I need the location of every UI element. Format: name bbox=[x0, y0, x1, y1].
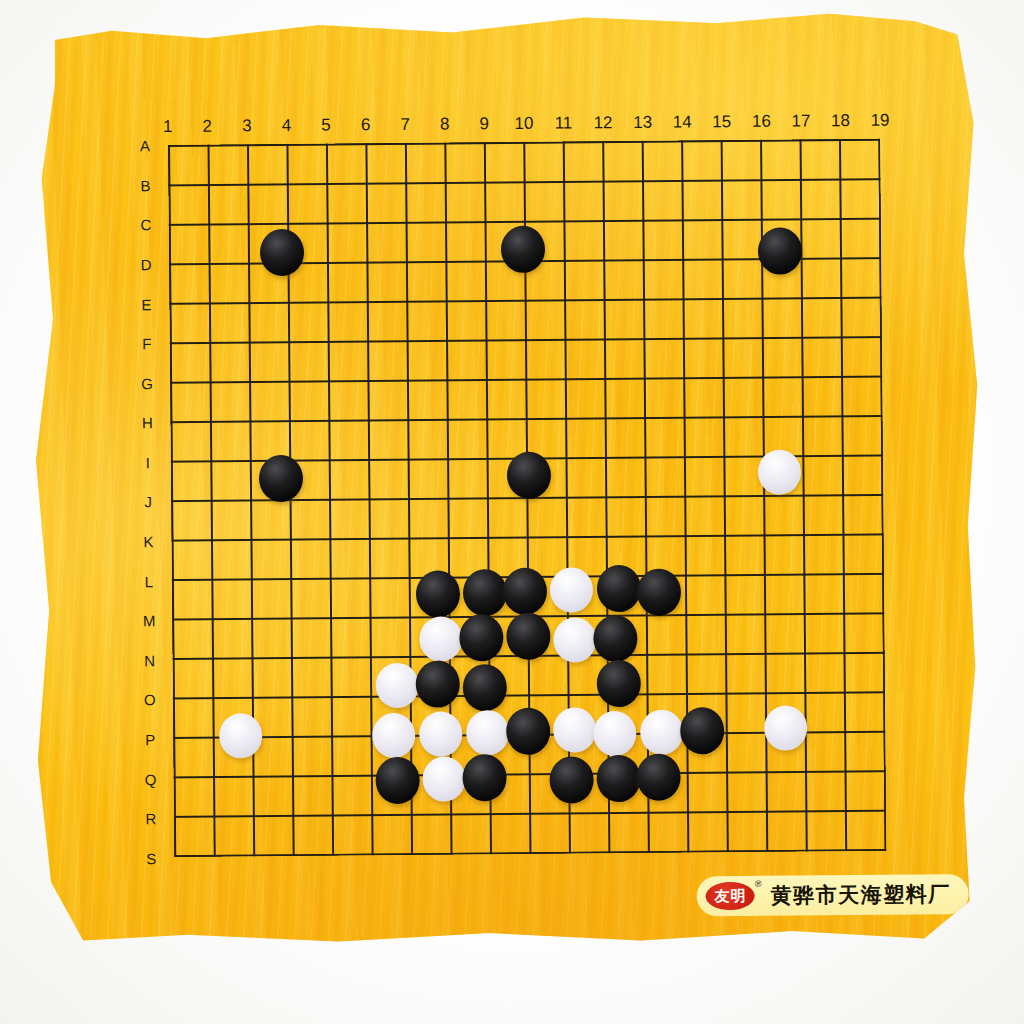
white-stone[interactable] bbox=[640, 710, 683, 755]
intersection-G10[interactable] bbox=[503, 345, 547, 381]
intersection-N3[interactable] bbox=[220, 618, 263, 665]
intersection-G12[interactable] bbox=[591, 344, 635, 380]
intersection-B1[interactable] bbox=[148, 160, 182, 196]
intersection-A9[interactable] bbox=[457, 122, 501, 158]
intersection-A13[interactable] bbox=[633, 121, 677, 157]
intersection-O15[interactable] bbox=[726, 660, 760, 707]
intersection-H2[interactable] bbox=[184, 383, 218, 419]
intersection-E1[interactable] bbox=[149, 278, 183, 314]
intersection-L10[interactable] bbox=[505, 533, 549, 569]
intersection-D7[interactable] bbox=[370, 229, 414, 276]
intersection-D9[interactable] bbox=[458, 228, 502, 275]
black-stone[interactable] bbox=[462, 569, 506, 616]
intersection-Q11[interactable] bbox=[551, 756, 595, 803]
intersection-R16[interactable] bbox=[761, 801, 805, 837]
intersection-J13[interactable] bbox=[636, 449, 680, 496]
intersection-D5[interactable] bbox=[303, 229, 337, 276]
intersection-K13[interactable] bbox=[637, 496, 681, 532]
intersection-A1[interactable] bbox=[148, 125, 182, 160]
intersection-I17[interactable] bbox=[801, 413, 835, 449]
intersection-B16[interactable] bbox=[755, 155, 799, 191]
intersection-O18[interactable] bbox=[837, 659, 871, 706]
intersection-N12[interactable] bbox=[594, 614, 638, 661]
intersection-I10[interactable] bbox=[504, 415, 548, 451]
white-stone[interactable] bbox=[372, 713, 415, 758]
intersection-L3[interactable] bbox=[219, 535, 262, 571]
white-stone[interactable] bbox=[419, 712, 462, 757]
intersection-Q1[interactable] bbox=[154, 759, 188, 806]
intersection-J14[interactable] bbox=[680, 449, 724, 496]
intersection-J12[interactable] bbox=[592, 450, 636, 497]
intersection-F3[interactable] bbox=[217, 312, 260, 348]
intersection-J5[interactable] bbox=[305, 452, 339, 499]
intersection-M14[interactable] bbox=[681, 566, 725, 613]
intersection-C11[interactable] bbox=[546, 192, 590, 228]
intersection-M11[interactable] bbox=[549, 568, 593, 615]
intersection-P9[interactable] bbox=[463, 709, 507, 756]
intersection-F15[interactable] bbox=[723, 308, 757, 344]
intersection-I2[interactable] bbox=[184, 418, 218, 454]
intersection-O2[interactable] bbox=[186, 665, 220, 712]
intersection-A11[interactable] bbox=[545, 121, 589, 157]
intersection-P4[interactable] bbox=[263, 711, 307, 758]
white-stone[interactable] bbox=[553, 618, 596, 663]
intersection-Q2[interactable] bbox=[187, 759, 221, 806]
intersection-H4[interactable] bbox=[260, 382, 304, 418]
intersection-F18[interactable] bbox=[834, 307, 868, 343]
intersection-S2[interactable] bbox=[188, 841, 222, 876]
intersection-H8[interactable] bbox=[416, 381, 460, 417]
white-stone[interactable] bbox=[553, 708, 596, 753]
intersection-P17[interactable] bbox=[804, 706, 838, 753]
intersection-C9[interactable] bbox=[458, 193, 502, 229]
intersection-M10[interactable] bbox=[505, 568, 549, 615]
intersection-N9[interactable] bbox=[462, 615, 506, 662]
intersection-D10[interactable] bbox=[502, 228, 546, 275]
intersection-N17[interactable] bbox=[803, 612, 837, 659]
intersection-D4[interactable] bbox=[259, 230, 303, 277]
intersection-G2[interactable] bbox=[184, 348, 218, 383]
intersection-M17[interactable] bbox=[803, 566, 837, 613]
intersection-M18[interactable] bbox=[836, 565, 870, 612]
white-stone[interactable] bbox=[466, 710, 509, 755]
intersection-S6[interactable] bbox=[342, 840, 376, 875]
black-stone[interactable] bbox=[636, 569, 680, 616]
intersection-E8[interactable] bbox=[415, 275, 459, 311]
intersection-R2[interactable] bbox=[188, 806, 222, 842]
intersection-C1[interactable] bbox=[149, 195, 183, 231]
intersection-R18[interactable] bbox=[838, 800, 872, 836]
intersection-A4[interactable] bbox=[258, 124, 302, 160]
intersection-P8[interactable] bbox=[419, 710, 463, 757]
intersection-Q8[interactable] bbox=[419, 757, 463, 804]
intersection-I12[interactable] bbox=[592, 415, 636, 451]
intersection-C14[interactable] bbox=[678, 191, 722, 227]
intersection-L9[interactable] bbox=[461, 533, 505, 569]
intersection-E13[interactable] bbox=[635, 273, 679, 309]
intersection-K3[interactable] bbox=[219, 500, 262, 536]
intersection-C8[interactable] bbox=[414, 193, 458, 229]
intersection-I9[interactable] bbox=[460, 416, 504, 452]
intersection-O17[interactable] bbox=[804, 659, 838, 706]
intersection-F5[interactable] bbox=[304, 312, 338, 348]
intersection-G5[interactable] bbox=[304, 347, 338, 382]
intersection-I15[interactable] bbox=[724, 414, 758, 450]
intersection-L17[interactable] bbox=[803, 530, 837, 566]
intersection-B4[interactable] bbox=[259, 159, 303, 195]
intersection-R13[interactable] bbox=[639, 802, 683, 838]
intersection-O19[interactable] bbox=[871, 659, 905, 706]
intersection-N14[interactable] bbox=[682, 613, 726, 660]
intersection-S10[interactable] bbox=[508, 838, 552, 874]
intersection-P15[interactable] bbox=[727, 707, 761, 754]
intersection-I6[interactable] bbox=[338, 417, 372, 453]
intersection-M13[interactable] bbox=[637, 567, 681, 614]
white-stone[interactable] bbox=[419, 617, 462, 662]
white-stone[interactable] bbox=[422, 757, 465, 802]
intersection-H11[interactable] bbox=[548, 380, 592, 416]
intersection-L7[interactable] bbox=[373, 534, 417, 570]
intersection-F11[interactable] bbox=[547, 309, 591, 345]
intersection-P13[interactable] bbox=[639, 708, 683, 755]
intersection-F1[interactable] bbox=[150, 313, 184, 349]
intersection-H13[interactable] bbox=[636, 379, 680, 415]
black-stone[interactable] bbox=[596, 565, 640, 612]
black-stone[interactable] bbox=[415, 661, 459, 708]
intersection-C17[interactable] bbox=[800, 190, 834, 226]
intersection-N18[interactable] bbox=[837, 612, 871, 659]
intersection-E11[interactable] bbox=[547, 274, 591, 310]
white-stone[interactable] bbox=[764, 706, 807, 751]
intersection-R19[interactable] bbox=[872, 800, 906, 836]
black-stone[interactable] bbox=[758, 227, 802, 274]
intersection-D3[interactable] bbox=[216, 230, 259, 277]
intersection-D17[interactable] bbox=[800, 225, 834, 272]
intersection-H12[interactable] bbox=[592, 379, 636, 415]
intersection-E15[interactable] bbox=[723, 273, 757, 309]
intersection-D8[interactable] bbox=[414, 228, 458, 275]
intersection-N13[interactable] bbox=[638, 614, 682, 661]
intersection-L13[interactable] bbox=[637, 532, 681, 568]
intersection-F9[interactable] bbox=[459, 310, 503, 346]
intersection-E5[interactable] bbox=[304, 276, 338, 312]
intersection-B18[interactable] bbox=[833, 154, 867, 190]
intersection-N7[interactable] bbox=[374, 616, 418, 663]
intersection-G4[interactable] bbox=[260, 347, 304, 383]
intersection-B2[interactable] bbox=[182, 160, 216, 196]
intersection-J2[interactable] bbox=[185, 453, 219, 500]
intersection-I13[interactable] bbox=[636, 414, 680, 450]
intersection-A12[interactable] bbox=[589, 121, 633, 157]
intersection-M15[interactable] bbox=[725, 566, 759, 613]
intersection-M9[interactable] bbox=[461, 568, 505, 615]
intersection-B14[interactable] bbox=[678, 156, 722, 192]
intersection-M2[interactable] bbox=[186, 571, 220, 618]
intersection-L2[interactable] bbox=[185, 536, 219, 572]
intersection-F12[interactable] bbox=[591, 309, 635, 345]
intersection-O7[interactable] bbox=[374, 663, 418, 710]
intersection-E3[interactable] bbox=[217, 277, 260, 313]
black-stone[interactable] bbox=[506, 613, 550, 660]
intersection-G19[interactable] bbox=[868, 342, 902, 377]
intersection-K10[interactable] bbox=[505, 498, 549, 534]
black-stone[interactable] bbox=[506, 708, 550, 755]
intersection-H5[interactable] bbox=[304, 382, 338, 418]
intersection-D13[interactable] bbox=[634, 226, 678, 273]
white-stone[interactable] bbox=[550, 568, 593, 613]
intersection-O1[interactable] bbox=[153, 665, 187, 712]
intersection-L14[interactable] bbox=[681, 531, 725, 567]
intersection-N10[interactable] bbox=[506, 615, 550, 662]
intersection-J3[interactable] bbox=[218, 453, 261, 500]
intersection-P16[interactable] bbox=[760, 707, 804, 754]
intersection-C6[interactable] bbox=[336, 194, 370, 230]
intersection-K9[interactable] bbox=[461, 498, 505, 534]
intersection-J7[interactable] bbox=[372, 452, 416, 499]
intersection-F8[interactable] bbox=[415, 310, 459, 346]
black-stone[interactable] bbox=[415, 571, 459, 618]
intersection-E12[interactable] bbox=[591, 274, 635, 310]
intersection-O14[interactable] bbox=[682, 660, 726, 707]
intersection-Q17[interactable] bbox=[804, 753, 838, 800]
intersection-M12[interactable] bbox=[593, 567, 637, 614]
intersection-G16[interactable] bbox=[757, 343, 801, 379]
intersection-E7[interactable] bbox=[371, 276, 415, 312]
intersection-K4[interactable] bbox=[262, 500, 306, 536]
intersection-R10[interactable] bbox=[507, 803, 551, 839]
intersection-P1[interactable] bbox=[153, 712, 187, 759]
intersection-R1[interactable] bbox=[154, 806, 188, 842]
intersection-M5[interactable] bbox=[306, 570, 340, 617]
intersection-O3[interactable] bbox=[220, 665, 263, 712]
intersection-J6[interactable] bbox=[339, 452, 373, 499]
intersection-P14[interactable] bbox=[683, 707, 727, 754]
intersection-P7[interactable] bbox=[375, 710, 419, 757]
intersection-I14[interactable] bbox=[680, 414, 724, 450]
intersection-O5[interactable] bbox=[307, 664, 341, 711]
intersection-Q3[interactable] bbox=[221, 759, 264, 806]
intersection-G15[interactable] bbox=[723, 343, 757, 378]
intersection-G18[interactable] bbox=[834, 342, 868, 377]
intersection-R3[interactable] bbox=[221, 806, 264, 842]
intersection-G6[interactable] bbox=[338, 346, 372, 381]
intersection-G13[interactable] bbox=[635, 344, 679, 380]
intersection-N16[interactable] bbox=[759, 613, 803, 660]
intersection-O13[interactable] bbox=[638, 661, 682, 708]
intersection-I8[interactable] bbox=[416, 416, 460, 452]
intersection-C19[interactable] bbox=[867, 189, 901, 225]
black-stone[interactable] bbox=[549, 757, 593, 804]
black-stone[interactable] bbox=[259, 455, 303, 502]
intersection-P18[interactable] bbox=[838, 706, 872, 753]
intersection-D2[interactable] bbox=[183, 230, 217, 277]
intersection-N4[interactable] bbox=[263, 617, 307, 664]
intersection-Q16[interactable] bbox=[760, 754, 804, 801]
intersection-C3[interactable] bbox=[216, 195, 259, 231]
black-stone[interactable] bbox=[596, 660, 640, 707]
intersection-A17[interactable] bbox=[799, 119, 833, 154]
intersection-L18[interactable] bbox=[836, 530, 870, 566]
intersection-I18[interactable] bbox=[835, 413, 869, 449]
intersection-O10[interactable] bbox=[506, 662, 550, 709]
intersection-G9[interactable] bbox=[459, 345, 503, 381]
intersection-B5[interactable] bbox=[303, 159, 337, 195]
intersection-A10[interactable] bbox=[501, 122, 545, 158]
intersection-J9[interactable] bbox=[460, 451, 504, 498]
intersection-P2[interactable] bbox=[187, 712, 221, 759]
intersection-I3[interactable] bbox=[218, 418, 261, 454]
black-stone[interactable] bbox=[500, 226, 544, 273]
intersection-H6[interactable] bbox=[338, 382, 372, 418]
intersection-I1[interactable] bbox=[151, 419, 185, 455]
intersection-B15[interactable] bbox=[722, 155, 756, 191]
intersection-S4[interactable] bbox=[264, 840, 308, 876]
intersection-L19[interactable] bbox=[870, 530, 904, 566]
intersection-L16[interactable] bbox=[759, 531, 803, 567]
intersection-R8[interactable] bbox=[419, 804, 463, 840]
intersection-B3[interactable] bbox=[216, 160, 259, 196]
black-stone[interactable] bbox=[260, 229, 304, 276]
intersection-B12[interactable] bbox=[590, 156, 634, 192]
intersection-G7[interactable] bbox=[371, 346, 415, 382]
intersection-J1[interactable] bbox=[151, 454, 185, 501]
intersection-A6[interactable] bbox=[336, 123, 370, 158]
intersection-R12[interactable] bbox=[595, 802, 639, 838]
intersection-Q13[interactable] bbox=[639, 755, 683, 802]
intersection-H10[interactable] bbox=[504, 380, 548, 416]
intersection-B13[interactable] bbox=[634, 156, 678, 192]
intersection-J4[interactable] bbox=[261, 453, 305, 500]
intersection-K5[interactable] bbox=[306, 499, 340, 535]
intersection-K17[interactable] bbox=[802, 495, 836, 531]
intersection-E19[interactable] bbox=[867, 271, 901, 307]
intersection-E17[interactable] bbox=[800, 272, 834, 308]
intersection-I11[interactable] bbox=[548, 415, 592, 451]
intersection-A19[interactable] bbox=[866, 119, 900, 154]
intersection-N5[interactable] bbox=[307, 617, 341, 664]
intersection-H14[interactable] bbox=[680, 379, 724, 415]
intersection-R9[interactable] bbox=[463, 803, 507, 839]
intersection-S5[interactable] bbox=[308, 840, 342, 875]
intersection-S3[interactable] bbox=[221, 841, 264, 877]
intersection-K15[interactable] bbox=[725, 496, 759, 532]
intersection-F17[interactable] bbox=[801, 307, 835, 343]
intersection-P6[interactable] bbox=[341, 711, 375, 758]
intersection-S11[interactable] bbox=[552, 838, 596, 874]
intersection-I5[interactable] bbox=[305, 417, 339, 453]
intersection-K6[interactable] bbox=[339, 499, 373, 535]
black-stone[interactable] bbox=[680, 707, 724, 754]
black-stone[interactable] bbox=[459, 614, 503, 661]
intersection-P10[interactable] bbox=[507, 709, 551, 756]
intersection-R17[interactable] bbox=[805, 800, 839, 836]
intersection-A14[interactable] bbox=[677, 120, 721, 156]
intersection-O6[interactable] bbox=[341, 664, 375, 711]
intersection-F13[interactable] bbox=[635, 309, 679, 345]
intersection-I7[interactable] bbox=[372, 417, 416, 453]
intersection-S12[interactable] bbox=[596, 837, 640, 873]
intersection-M3[interactable] bbox=[219, 571, 262, 618]
white-stone[interactable] bbox=[376, 663, 419, 708]
intersection-M6[interactable] bbox=[340, 570, 374, 617]
intersection-A7[interactable] bbox=[369, 123, 413, 159]
intersection-E9[interactable] bbox=[459, 275, 503, 311]
intersection-N6[interactable] bbox=[340, 617, 374, 664]
intersection-A5[interactable] bbox=[302, 124, 336, 159]
intersection-S1[interactable] bbox=[154, 841, 188, 876]
black-stone[interactable] bbox=[375, 757, 419, 804]
intersection-C18[interactable] bbox=[833, 189, 867, 225]
intersection-H17[interactable] bbox=[801, 378, 835, 414]
intersection-K16[interactable] bbox=[758, 495, 802, 531]
black-stone[interactable] bbox=[462, 754, 506, 801]
intersection-F6[interactable] bbox=[337, 311, 371, 347]
intersection-G17[interactable] bbox=[801, 342, 835, 377]
intersection-O16[interactable] bbox=[760, 660, 804, 707]
intersection-G8[interactable] bbox=[415, 346, 459, 382]
intersection-E4[interactable] bbox=[260, 277, 304, 313]
intersection-H3[interactable] bbox=[217, 383, 260, 419]
intersection-C10[interactable] bbox=[502, 192, 546, 228]
intersection-J11[interactable] bbox=[548, 450, 592, 497]
intersection-P11[interactable] bbox=[551, 709, 595, 756]
black-stone[interactable] bbox=[506, 452, 550, 499]
intersection-A18[interactable] bbox=[833, 119, 867, 154]
intersection-A2[interactable] bbox=[182, 125, 216, 160]
intersection-R11[interactable] bbox=[551, 803, 595, 839]
intersection-Q5[interactable] bbox=[308, 758, 342, 805]
intersection-E16[interactable] bbox=[756, 272, 800, 308]
intersection-S13[interactable] bbox=[640, 837, 684, 873]
black-stone[interactable] bbox=[462, 664, 506, 711]
intersection-D16[interactable] bbox=[756, 225, 800, 272]
intersection-P19[interactable] bbox=[871, 706, 905, 753]
intersection-K11[interactable] bbox=[549, 497, 593, 533]
intersection-M16[interactable] bbox=[759, 566, 803, 613]
intersection-M8[interactable] bbox=[417, 569, 461, 616]
black-stone[interactable] bbox=[596, 755, 640, 802]
intersection-E10[interactable] bbox=[503, 275, 547, 311]
intersection-B8[interactable] bbox=[414, 158, 458, 194]
intersection-A16[interactable] bbox=[755, 120, 799, 156]
intersection-F16[interactable] bbox=[757, 308, 801, 344]
intersection-N15[interactable] bbox=[726, 613, 760, 660]
intersection-M19[interactable] bbox=[870, 565, 904, 612]
intersection-C4[interactable] bbox=[259, 194, 303, 230]
intersection-Q7[interactable] bbox=[375, 757, 419, 804]
go-board[interactable] bbox=[168, 139, 886, 857]
intersection-O4[interactable] bbox=[263, 664, 307, 711]
intersection-Q14[interactable] bbox=[683, 754, 727, 801]
intersection-P3[interactable] bbox=[220, 712, 263, 759]
intersection-C13[interactable] bbox=[634, 191, 678, 227]
intersection-J16[interactable] bbox=[758, 448, 802, 495]
intersection-L5[interactable] bbox=[306, 535, 340, 571]
intersection-M7[interactable] bbox=[373, 569, 417, 616]
intersection-L12[interactable] bbox=[593, 532, 637, 568]
intersection-S19[interactable] bbox=[872, 835, 906, 870]
intersection-D12[interactable] bbox=[590, 227, 634, 274]
intersection-H19[interactable] bbox=[868, 377, 902, 413]
intersection-N8[interactable] bbox=[418, 616, 462, 663]
intersection-O11[interactable] bbox=[550, 662, 594, 709]
intersection-R14[interactable] bbox=[683, 801, 727, 837]
intersection-D14[interactable] bbox=[678, 226, 722, 273]
intersection-S8[interactable] bbox=[420, 839, 464, 875]
intersection-E6[interactable] bbox=[337, 276, 371, 312]
black-stone[interactable] bbox=[502, 568, 546, 615]
intersection-D18[interactable] bbox=[833, 225, 867, 272]
